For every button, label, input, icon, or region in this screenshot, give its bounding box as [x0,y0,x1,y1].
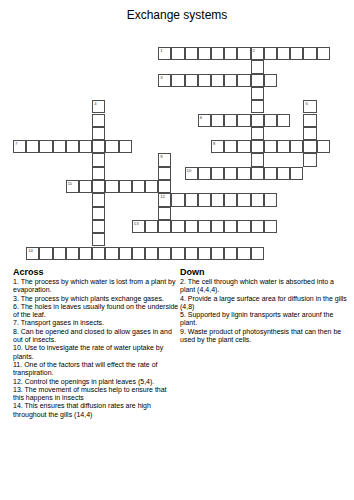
down-header: Down [180,267,347,277]
grid-cell[interactable] [211,220,224,233]
across-header: Across [13,267,179,277]
grid-cell[interactable] [224,247,237,260]
grid-cell[interactable] [198,193,211,206]
grid-cell[interactable] [237,74,250,87]
grid-cell[interactable]: 11 [66,180,79,193]
grid-cell[interactable]: 13 [132,220,145,233]
clue-item: 6. The holes in leaves usually found on … [13,303,179,320]
grid-cell[interactable] [185,247,198,260]
grid-cell[interactable] [171,247,184,260]
grid-cell[interactable] [264,140,277,153]
clue-item: 5. Supported by lignin transports water … [180,311,347,328]
grid-cell[interactable] [251,87,264,100]
grid-cell[interactable] [317,140,330,153]
grid-cell[interactable] [264,167,277,180]
grid-cell[interactable] [251,140,264,153]
grid-cell[interactable] [224,220,237,233]
grid-cell[interactable] [26,140,39,153]
cell-number: 10 [187,169,192,173]
clue-item: 4. Provide a large surface area for diff… [180,295,347,312]
grid-cell[interactable] [251,167,264,180]
clue-item: 9. Waste product of photosynthesis that … [180,328,347,345]
cell-number: 5 [305,102,307,106]
grid-cell[interactable] [251,127,264,140]
cell-number: 8 [213,142,215,146]
grid-cell[interactable] [171,193,184,206]
grid-cell[interactable] [264,193,277,206]
grid-cell[interactable] [66,140,79,153]
grid-cell[interactable]: 3 [158,74,171,87]
grid-cell[interactable] [198,167,211,180]
grid-cell[interactable] [237,220,250,233]
grid-cell[interactable] [264,74,277,87]
grid-cell[interactable] [290,140,303,153]
grid-cell[interactable] [303,140,316,153]
grid-cell[interactable] [224,140,237,153]
grid-cell[interactable] [119,140,132,153]
cell-number: 11 [68,182,72,186]
grid-cell[interactable] [211,193,224,206]
grid-cell[interactable] [303,114,316,127]
grid-cell[interactable] [198,47,211,60]
down-clue-list: 2. The cell through which water is absor… [180,278,347,344]
cell-number: 4 [94,102,96,106]
clue-item: 10. Use to invesigate the rate of water … [13,344,179,361]
grid-cell[interactable] [237,167,250,180]
grid-cell[interactable] [277,114,290,127]
grid-cell[interactable] [264,220,277,233]
across-clues-section: Across 1. The process by which water is … [13,267,179,419]
grid-cell[interactable] [119,180,132,193]
grid-cell[interactable]: 12 [158,193,171,206]
grid-cell[interactable] [79,180,92,193]
grid-cell[interactable] [290,47,303,60]
clue-item: 13. The movement of muscles help to ensu… [13,386,179,403]
grid-cell[interactable] [251,100,264,113]
grid-cell[interactable] [251,193,264,206]
grid-cell[interactable] [105,247,118,260]
cell-number: 6 [200,116,202,120]
grid-cell[interactable] [290,167,303,180]
grid-cell[interactable] [211,247,224,260]
grid-cell[interactable] [277,47,290,60]
grid-cell[interactable]: 4 [92,100,105,113]
grid-cell[interactable] [105,180,118,193]
grid-cell[interactable] [185,193,198,206]
grid-cell[interactable] [92,220,105,233]
grid-cell[interactable] [105,140,118,153]
clue-item: 14. This ensures that diffusion rates ar… [13,402,179,419]
grid-cell[interactable] [211,167,224,180]
down-clues-section: Down 2. The cell through which water is … [180,267,347,344]
grid-cell[interactable] [185,47,198,60]
grid-cell[interactable] [171,220,184,233]
grid-cell[interactable] [132,247,145,260]
grid-cell[interactable] [158,247,171,260]
grid-cell[interactable] [224,167,237,180]
grid-cell[interactable] [145,220,158,233]
grid-cell[interactable] [119,247,132,260]
grid-cell[interactable] [264,114,277,127]
grid-cell[interactable]: 8 [211,140,224,153]
grid-cell[interactable] [158,180,171,193]
grid-cell[interactable] [251,247,264,260]
grid-cell[interactable]: 6 [198,114,211,127]
grid-cell[interactable] [158,220,171,233]
grid-cell[interactable] [39,247,52,260]
grid-cell[interactable] [198,74,211,87]
grid-cell[interactable]: 1 [158,47,171,60]
grid-cell[interactable] [92,233,105,246]
cell-number: 3 [160,76,162,80]
grid-cell[interactable] [92,127,105,140]
grid-cell[interactable] [145,247,158,260]
grid-cell[interactable] [53,247,66,260]
grid-cell[interactable] [237,47,250,60]
grid-cell[interactable] [39,140,52,153]
grid-cell[interactable] [185,74,198,87]
grid-cell[interactable] [92,193,105,206]
grid-cell[interactable]: 14 [26,247,39,260]
clue-item: 11. One of the factors that will effect … [13,361,179,378]
grid-cell[interactable] [303,153,316,166]
grid-cell[interactable] [211,74,224,87]
across-clue-list: 1. The process by which water is lost fr… [13,278,179,419]
grid-cell[interactable] [237,114,250,127]
grid-cell[interactable] [158,167,171,180]
grid-cell[interactable] [171,47,184,60]
cell-number: 2 [253,49,255,53]
grid-cell[interactable]: 7 [13,140,26,153]
grid-cell[interactable] [251,153,264,166]
cell-number: 1 [160,49,162,53]
grid-cell[interactable] [224,47,237,60]
cell-number: 13 [134,222,139,226]
grid-cell[interactable] [303,127,316,140]
clue-item: 12. Control the openings in plant leaves… [13,378,179,386]
grid-cell[interactable] [224,193,237,206]
grid-cell[interactable]: 10 [185,167,198,180]
grid-cell[interactable] [251,114,264,127]
grid-cell[interactable] [66,247,79,260]
grid-cell[interactable] [92,140,105,153]
grid-cell[interactable] [158,207,171,220]
grid-cell[interactable] [53,140,66,153]
clue-item: 3. The process by which plants exchange … [13,295,179,303]
grid-cell[interactable] [171,74,184,87]
clue-item: 8. Can be opened and closed to allow gas… [13,328,179,345]
grid-cell[interactable] [79,140,92,153]
clue-item: 1. The process by which water is lost fr… [13,278,179,295]
grid-cell[interactable] [185,220,198,233]
grid-cell[interactable] [211,47,224,60]
grid-cell[interactable] [92,180,105,193]
grid-cell[interactable]: 2 [251,47,264,60]
grid-cell[interactable] [317,47,330,60]
grid-cell[interactable] [251,60,264,73]
grid-cell[interactable] [224,114,237,127]
grid-cell[interactable] [79,247,92,260]
grid-cell[interactable] [92,153,105,166]
grid-cell[interactable] [264,47,277,60]
grid-cell[interactable] [145,180,158,193]
cell-number: 14 [28,249,33,253]
grid-cell[interactable] [277,167,290,180]
grid-cell[interactable] [303,47,316,60]
grid-cell[interactable] [132,180,145,193]
cell-number: 12 [160,195,165,199]
grid-cell[interactable] [198,247,211,260]
grid-cell[interactable] [237,140,250,153]
clue-item: 2. The cell through which water is absor… [180,278,347,295]
cell-number: 9 [160,155,162,159]
grid-cell[interactable] [211,114,224,127]
grid-cell[interactable] [277,140,290,153]
grid-cell[interactable] [237,193,250,206]
grid-cell[interactable] [237,247,250,260]
grid-cell[interactable] [92,114,105,127]
grid-cell[interactable] [92,167,105,180]
grid-cell[interactable] [251,220,264,233]
clue-item: 7. Transport gases in insects. [13,319,179,327]
grid-cell[interactable]: 9 [158,153,171,166]
grid-cell[interactable] [92,207,105,220]
grid-cell[interactable] [251,74,264,87]
grid-cell[interactable] [92,247,105,260]
crossword-grid: 1234567891011121314 [0,0,354,500]
grid-cell[interactable] [224,74,237,87]
grid-cell[interactable]: 5 [303,100,316,113]
grid-cell[interactable] [198,220,211,233]
cell-number: 7 [15,142,17,146]
